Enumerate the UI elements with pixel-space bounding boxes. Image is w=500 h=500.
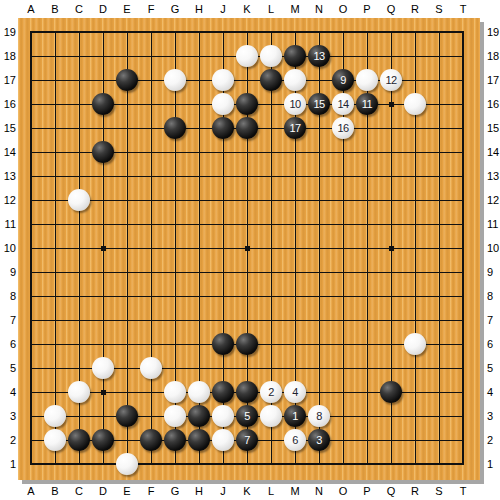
stone-black-C2	[68, 429, 90, 451]
stone-black-N16: 15	[308, 93, 330, 115]
coord-label-right-1: 1	[487, 456, 500, 472]
stone-white-J3	[212, 405, 234, 427]
coord-label-left-17: 17	[1, 72, 16, 88]
coord-label-top-G: G	[163, 1, 187, 17]
stone-black-K2: 7	[236, 429, 258, 451]
star-point	[389, 102, 394, 107]
coord-label-top-N: N	[307, 1, 331, 17]
go-board[interactable]: 1391210151411171624518763	[18, 18, 480, 480]
stone-white-G17	[164, 69, 186, 91]
coord-label-right-12: 12	[487, 192, 500, 208]
coord-label-right-14: 14	[487, 144, 500, 160]
stone-white-O16: 14	[332, 93, 354, 115]
coord-label-top-E: E	[115, 1, 139, 17]
stone-black-D14	[92, 141, 114, 163]
coord-label-bottom-K: K	[235, 483, 259, 499]
stone-black-K16	[236, 93, 258, 115]
stone-white-L18	[260, 45, 282, 67]
coord-label-left-4: 4	[1, 384, 16, 400]
stone-white-B2	[44, 429, 66, 451]
stone-black-J4	[212, 381, 234, 403]
stone-black-L17	[260, 69, 282, 91]
coord-label-left-16: 16	[1, 96, 16, 112]
coord-label-top-S: S	[427, 1, 451, 17]
stone-black-K4	[236, 381, 258, 403]
move-number: 6	[284, 429, 306, 451]
stone-white-J17	[212, 69, 234, 91]
stone-black-Q4	[380, 381, 402, 403]
move-number: 8	[308, 405, 330, 427]
coord-label-bottom-D: D	[91, 483, 115, 499]
stone-white-G4	[164, 381, 186, 403]
star-point	[101, 246, 106, 251]
stone-white-J16	[212, 93, 234, 115]
coord-label-right-18: 18	[487, 48, 500, 64]
coord-label-left-11: 11	[1, 216, 16, 232]
coord-label-left-15: 15	[1, 120, 16, 136]
coord-label-right-7: 7	[487, 312, 500, 328]
coord-label-left-13: 13	[1, 168, 16, 184]
coord-label-bottom-L: L	[259, 483, 283, 499]
coord-label-bottom-B: B	[43, 483, 67, 499]
coord-label-bottom-Q: Q	[379, 483, 403, 499]
coord-label-bottom-O: O	[331, 483, 355, 499]
move-number: 4	[284, 381, 306, 403]
move-number: 16	[332, 117, 354, 139]
stone-black-O17: 9	[332, 69, 354, 91]
coord-label-top-D: D	[91, 1, 115, 17]
stone-black-M3: 1	[284, 405, 306, 427]
coord-label-right-4: 4	[487, 384, 500, 400]
coord-label-left-12: 12	[1, 192, 16, 208]
coord-label-left-3: 3	[1, 408, 16, 424]
coord-label-bottom-H: H	[187, 483, 211, 499]
coord-label-left-10: 10	[1, 240, 16, 256]
coord-label-right-8: 8	[487, 288, 500, 304]
stone-white-L3	[260, 405, 282, 427]
stone-white-C12	[68, 189, 90, 211]
stone-white-H4	[188, 381, 210, 403]
coord-label-left-1: 1	[1, 456, 16, 472]
coord-label-right-16: 16	[487, 96, 500, 112]
coord-label-bottom-J: J	[211, 483, 235, 499]
stone-black-D2	[92, 429, 114, 451]
stone-black-P16: 11	[356, 93, 378, 115]
coord-label-top-P: P	[355, 1, 379, 17]
stone-black-H3	[188, 405, 210, 427]
stone-white-M4: 4	[284, 381, 306, 403]
coord-label-right-2: 2	[487, 432, 500, 448]
stone-white-C4	[68, 381, 90, 403]
coord-label-top-K: K	[235, 1, 259, 17]
coord-label-top-R: R	[403, 1, 427, 17]
move-number: 13	[308, 45, 330, 67]
star-point	[245, 246, 250, 251]
stone-black-N2: 3	[308, 429, 330, 451]
coord-label-right-11: 11	[487, 216, 500, 232]
stone-white-M2: 6	[284, 429, 306, 451]
move-number: 15	[308, 93, 330, 115]
move-number: 1	[284, 405, 306, 427]
stone-white-F5	[140, 357, 162, 379]
coord-label-left-18: 18	[1, 48, 16, 64]
go-diagram: 1391210151411171624518763 AABBCCDDEEFFGG…	[0, 0, 500, 500]
stone-white-R16	[404, 93, 426, 115]
stone-white-D5	[92, 357, 114, 379]
coord-label-bottom-C: C	[67, 483, 91, 499]
stone-black-M15: 17	[284, 117, 306, 139]
stone-white-Q17: 12	[380, 69, 402, 91]
coord-label-right-10: 10	[487, 240, 500, 256]
move-number: 11	[356, 93, 378, 115]
coord-label-top-H: H	[187, 1, 211, 17]
coord-label-top-Q: Q	[379, 1, 403, 17]
stone-white-O15: 16	[332, 117, 354, 139]
star-point	[389, 246, 394, 251]
coord-label-right-5: 5	[487, 360, 500, 376]
move-number: 14	[332, 93, 354, 115]
stone-white-K18	[236, 45, 258, 67]
stone-white-M16: 10	[284, 93, 306, 115]
coord-label-left-7: 7	[1, 312, 16, 328]
stone-black-G15	[164, 117, 186, 139]
stone-white-E1	[116, 453, 138, 475]
coord-label-right-17: 17	[487, 72, 500, 88]
coord-label-bottom-A: A	[19, 483, 43, 499]
coord-label-top-T: T	[451, 1, 475, 17]
coord-label-bottom-T: T	[451, 483, 475, 499]
coord-label-left-6: 6	[1, 336, 16, 352]
stone-white-G3	[164, 405, 186, 427]
stone-white-R6	[404, 333, 426, 355]
coord-label-top-A: A	[19, 1, 43, 17]
coord-label-bottom-N: N	[307, 483, 331, 499]
stone-black-K6	[236, 333, 258, 355]
move-number: 5	[236, 405, 258, 427]
stone-black-K3: 5	[236, 405, 258, 427]
coord-label-bottom-R: R	[403, 483, 427, 499]
stone-black-F2	[140, 429, 162, 451]
coord-label-top-B: B	[43, 1, 67, 17]
stone-black-K15	[236, 117, 258, 139]
stone-black-E3	[116, 405, 138, 427]
stone-white-L4: 2	[260, 381, 282, 403]
move-number: 7	[236, 429, 258, 451]
coord-label-top-F: F	[139, 1, 163, 17]
stone-white-N3: 8	[308, 405, 330, 427]
coord-label-right-3: 3	[487, 408, 500, 424]
coord-label-bottom-M: M	[283, 483, 307, 499]
coord-label-bottom-S: S	[427, 483, 451, 499]
coord-label-left-14: 14	[1, 144, 16, 160]
coord-label-top-L: L	[259, 1, 283, 17]
stone-white-J2	[212, 429, 234, 451]
stone-black-N18: 13	[308, 45, 330, 67]
move-number: 10	[284, 93, 306, 115]
stone-black-D16	[92, 93, 114, 115]
move-number: 2	[260, 381, 282, 403]
stone-white-M17	[284, 69, 306, 91]
coord-label-left-8: 8	[1, 288, 16, 304]
coord-label-top-M: M	[283, 1, 307, 17]
stone-black-J6	[212, 333, 234, 355]
coord-label-right-6: 6	[487, 336, 500, 352]
stone-black-M18	[284, 45, 306, 67]
coord-label-right-15: 15	[487, 120, 500, 136]
coord-label-top-C: C	[67, 1, 91, 17]
coord-label-bottom-P: P	[355, 483, 379, 499]
coord-label-left-2: 2	[1, 432, 16, 448]
move-number: 9	[332, 69, 354, 91]
stone-black-E17	[116, 69, 138, 91]
coord-label-right-9: 9	[487, 264, 500, 280]
stone-black-H2	[188, 429, 210, 451]
coord-label-right-13: 13	[487, 168, 500, 184]
move-number: 3	[308, 429, 330, 451]
stone-black-G2	[164, 429, 186, 451]
coord-label-top-J: J	[211, 1, 235, 17]
coord-label-bottom-F: F	[139, 483, 163, 499]
coord-label-bottom-G: G	[163, 483, 187, 499]
stone-black-J15	[212, 117, 234, 139]
coord-label-right-19: 19	[487, 24, 500, 40]
star-point	[101, 390, 106, 395]
stone-white-P17	[356, 69, 378, 91]
stone-white-B3	[44, 405, 66, 427]
move-number: 17	[284, 117, 306, 139]
coord-label-top-O: O	[331, 1, 355, 17]
coord-label-left-9: 9	[1, 264, 16, 280]
coord-label-left-5: 5	[1, 360, 16, 376]
move-number: 12	[380, 69, 402, 91]
coord-label-bottom-E: E	[115, 483, 139, 499]
coord-label-left-19: 19	[1, 24, 16, 40]
